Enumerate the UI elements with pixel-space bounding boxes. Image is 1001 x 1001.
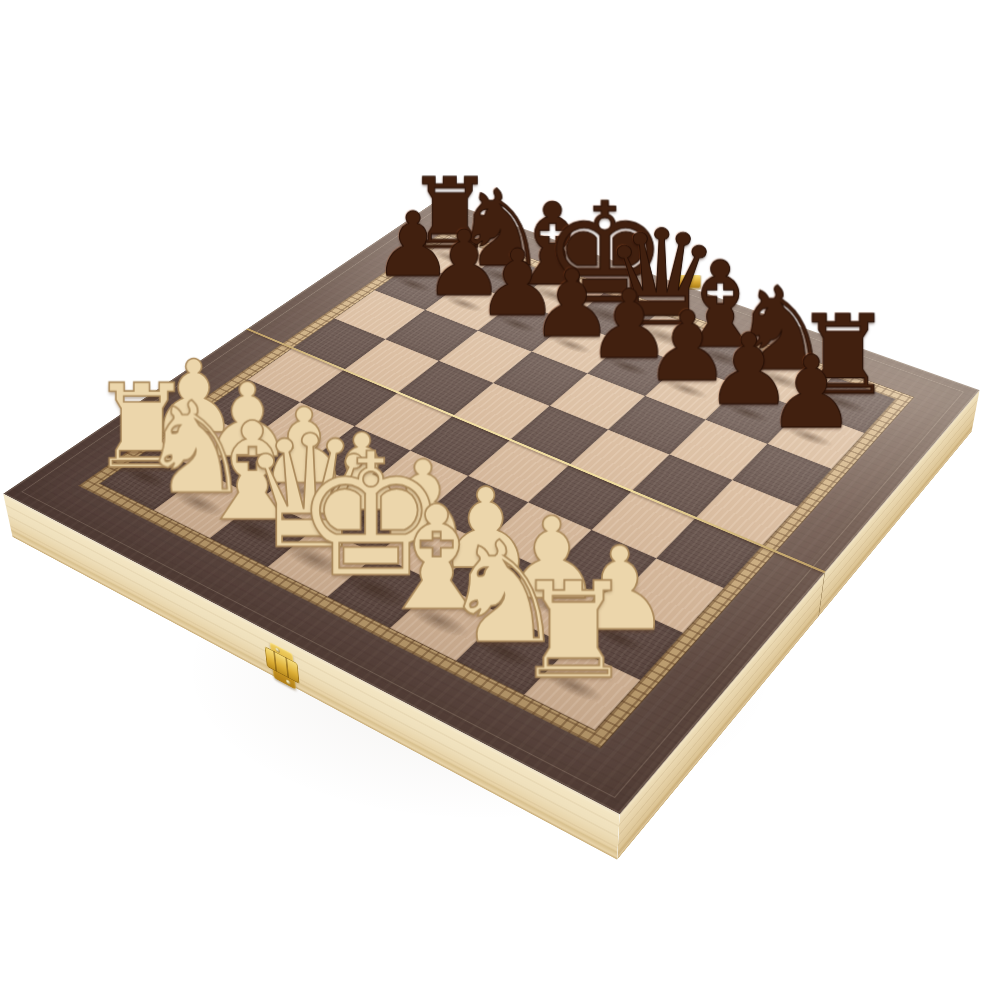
product-photo-stage: ♜♞♝♚♛♝♞♜♟♟♟♟♟♟♟♟♟♟♟♟♟♟♟♟♜♞♝♛♚♝♞♜: [0, 0, 1001, 1001]
piece-glyph: ♟: [721, 343, 902, 443]
piece-glyph: ♜: [467, 564, 681, 697]
